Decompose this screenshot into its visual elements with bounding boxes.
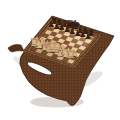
chess-set-photo: ♜♞♝♛♚♝♞♜♟♟♟♟♟♟♟♟♟♟♟♟♟♟♟♟♜♞♝♛♚♝♞♜ — [0, 0, 120, 120]
left-wing — [8, 44, 24, 52]
square-h1 — [67, 59, 75, 64]
